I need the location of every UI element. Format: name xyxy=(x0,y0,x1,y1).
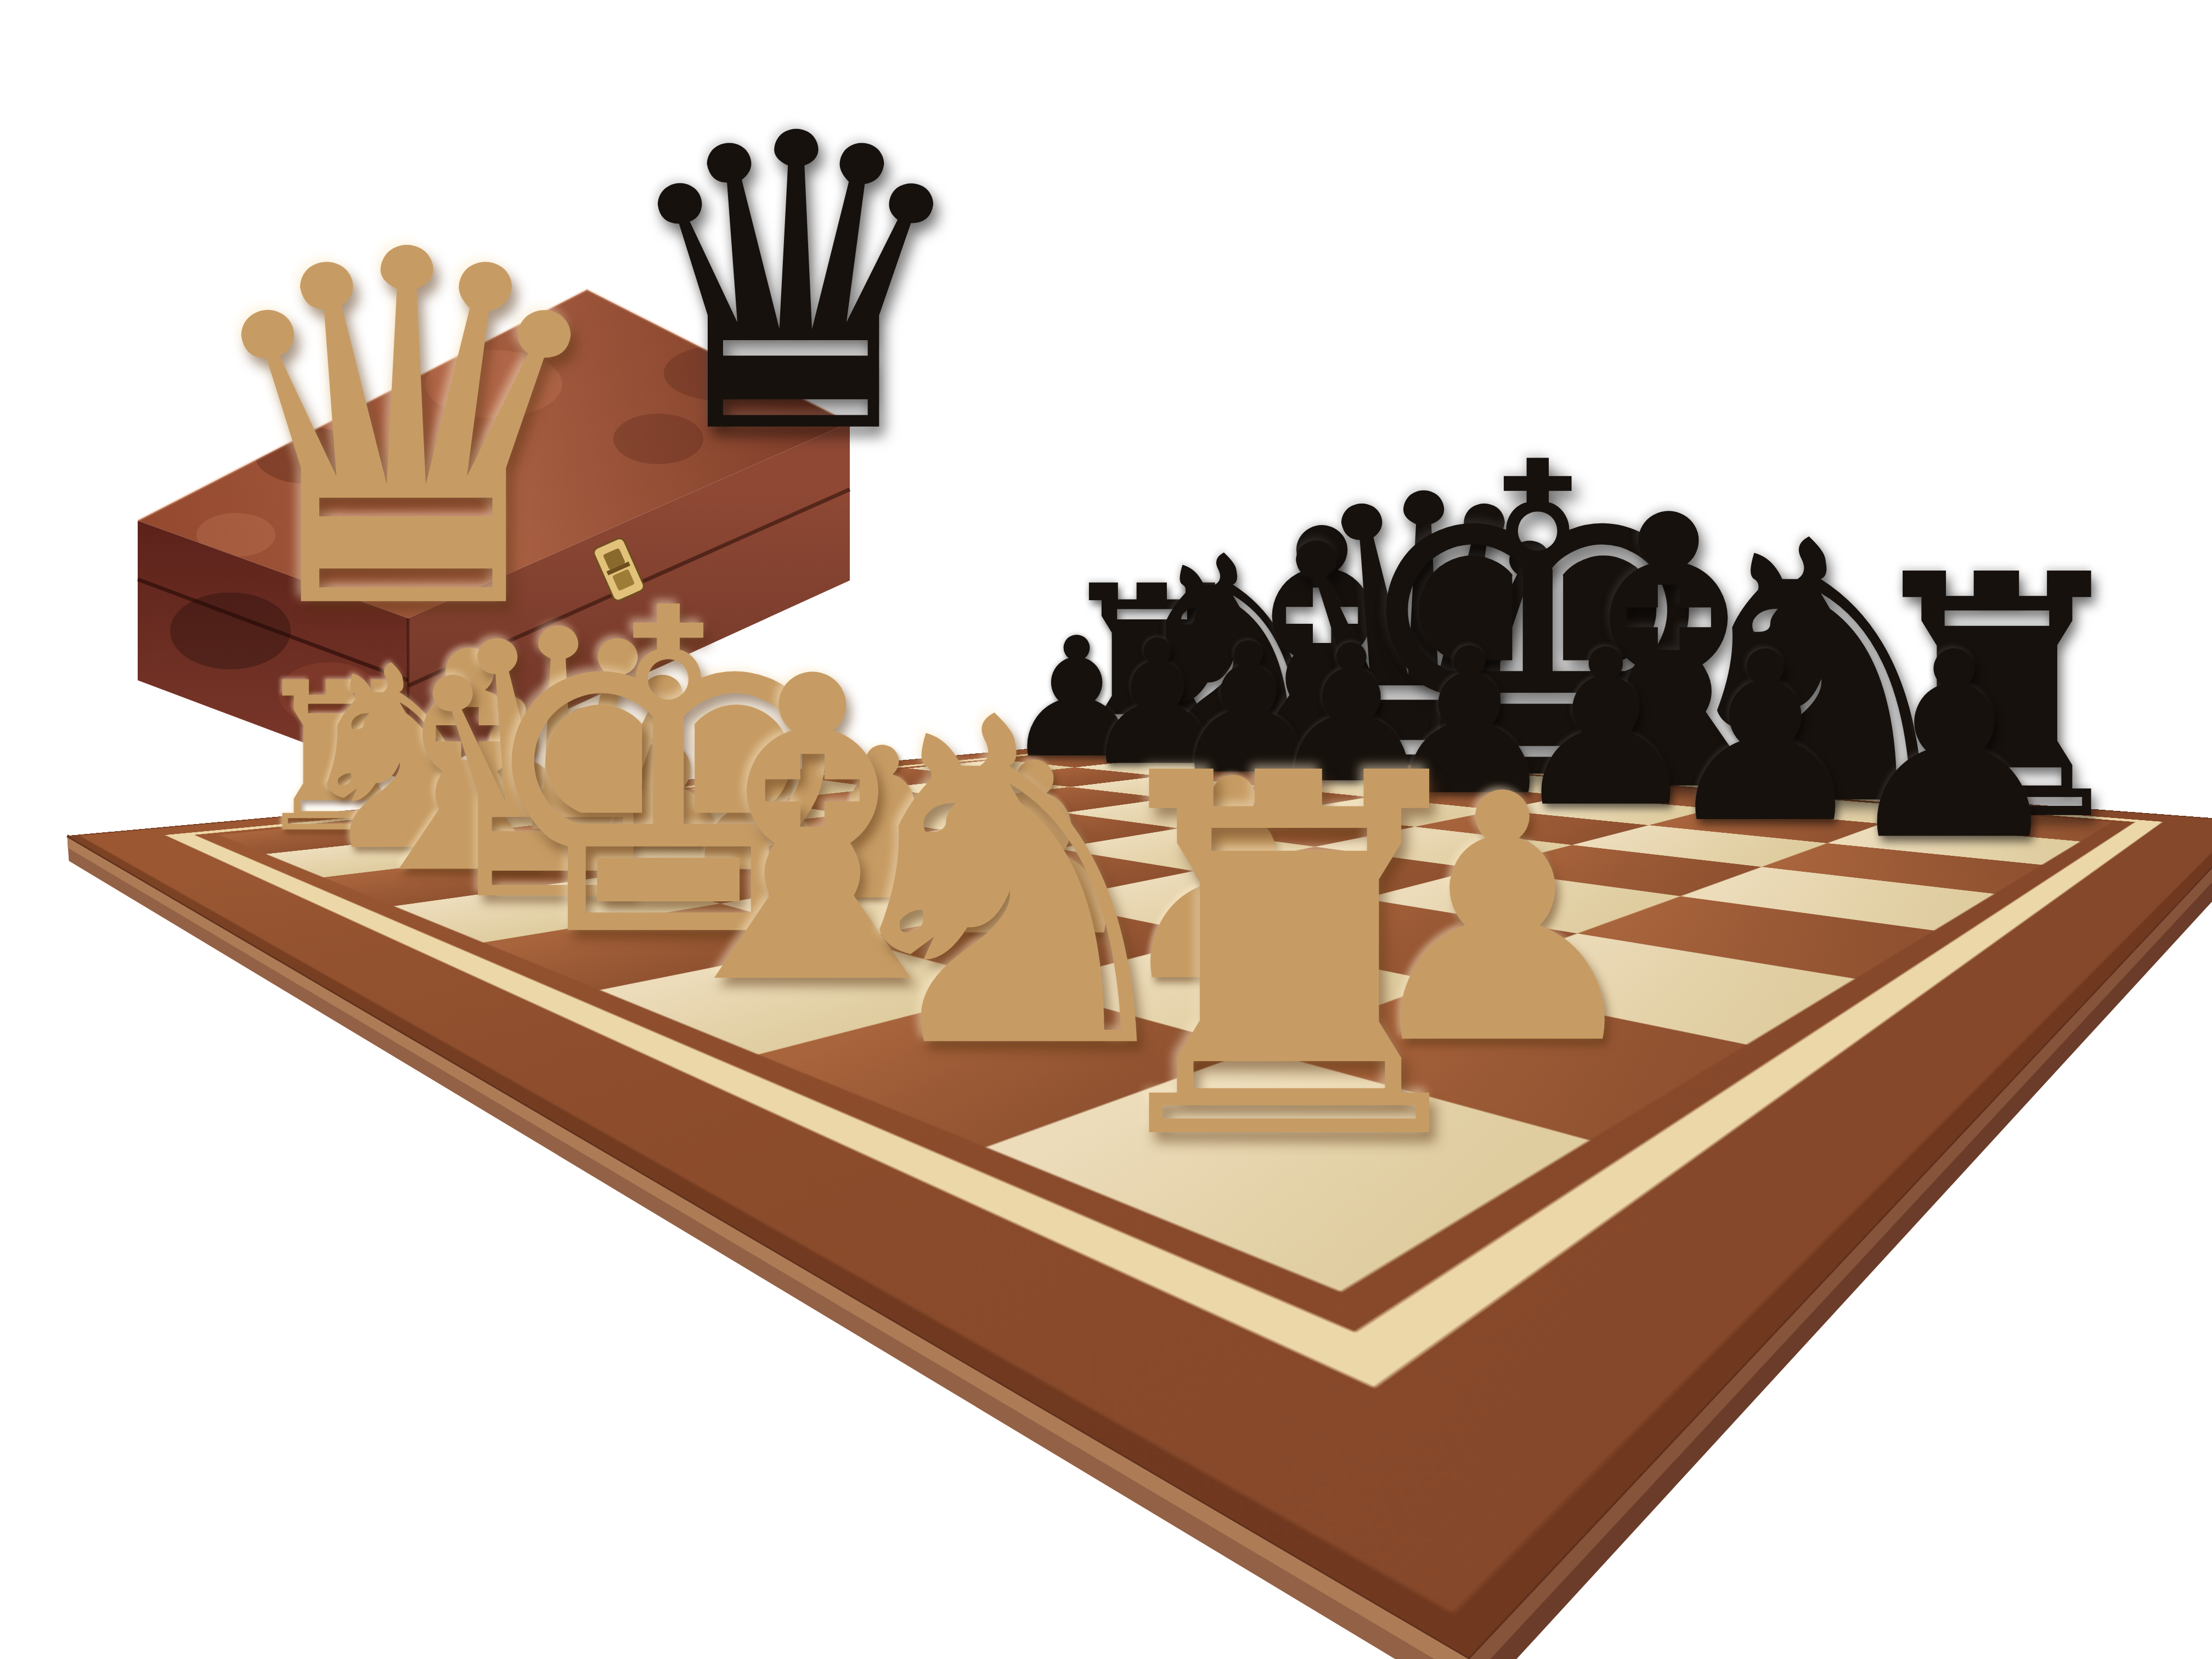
piece-black-queen-on-box[interactable]: ♛ xyxy=(613,82,978,489)
piece-white-rook-h1[interactable]: ♜ xyxy=(1066,711,1512,1209)
scene: ♜♞♝♛♚♝♞♜♟♟♟♟♟♟♟♟♟♟♟♟♟♟♟♟♜♞♝♛♚♝♞♜♛♛ xyxy=(0,0,2212,1659)
piece-black-pawn-h7[interactable]: ♟ xyxy=(1839,619,2069,876)
pieces-layer: ♜♞♝♛♚♝♞♜♟♟♟♟♟♟♟♟♟♟♟♟♟♟♟♟♜♞♝♛♚♝♞♜♛♛ xyxy=(0,0,2212,1659)
